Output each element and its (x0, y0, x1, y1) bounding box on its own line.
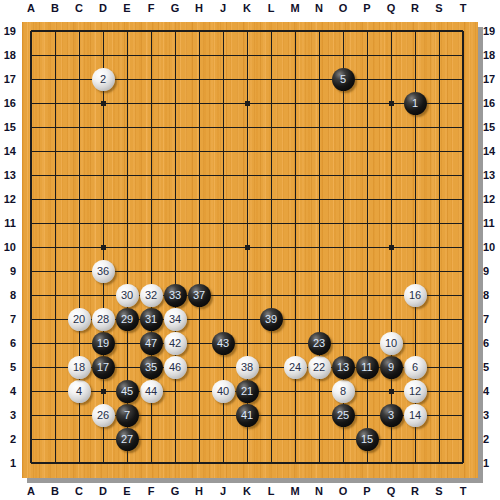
row-label-7: 7 (0, 307, 16, 331)
stone-N5[interactable]: 22 (308, 356, 331, 379)
row-label-19: 19 (483, 19, 500, 43)
col-label-J: J (211, 483, 235, 500)
stone-Q3[interactable]: 3 (380, 404, 403, 427)
row-label-9: 9 (0, 259, 16, 283)
board-shadow-right (478, 27, 483, 483)
row-label-8: 8 (483, 283, 500, 307)
stone-L7[interactable]: 39 (260, 308, 283, 331)
col-label-H: H (187, 483, 211, 500)
row-label-6: 6 (483, 331, 500, 355)
stone-E8[interactable]: 30 (116, 284, 139, 307)
row-label-6: 6 (0, 331, 16, 355)
col-label-Q: Q (379, 483, 403, 500)
row-label-11: 11 (0, 211, 16, 235)
col-label-B: B (43, 483, 67, 500)
row-label-16: 16 (483, 91, 500, 115)
col-label-B: B (43, 0, 67, 18)
stone-D7[interactable]: 28 (92, 308, 115, 331)
stone-K3[interactable]: 41 (236, 404, 259, 427)
stone-O17[interactable]: 5 (332, 68, 355, 91)
col-label-T: T (451, 483, 475, 500)
row-label-15: 15 (483, 115, 500, 139)
row-label-18: 18 (0, 43, 16, 67)
col-label-O: O (331, 483, 355, 500)
stone-G8[interactable]: 33 (164, 284, 187, 307)
stone-Q6[interactable]: 10 (380, 332, 403, 355)
right-coordinate-labels: 19181716151413121110987654321 (483, 19, 500, 475)
row-label-15: 15 (0, 115, 16, 139)
row-label-5: 5 (483, 355, 500, 379)
stone-N6[interactable]: 23 (308, 332, 331, 355)
row-label-5: 5 (0, 355, 16, 379)
col-label-T: T (451, 0, 475, 18)
row-label-16: 16 (0, 91, 16, 115)
stone-E7[interactable]: 29 (116, 308, 139, 331)
row-label-17: 17 (483, 67, 500, 91)
col-label-N: N (307, 483, 331, 500)
stone-C5[interactable]: 18 (68, 356, 91, 379)
row-label-12: 12 (483, 187, 500, 211)
stone-M5[interactable]: 24 (284, 356, 307, 379)
row-label-2: 2 (0, 427, 16, 451)
row-label-14: 14 (483, 139, 500, 163)
stone-O3[interactable]: 25 (332, 404, 355, 427)
row-label-12: 12 (0, 187, 16, 211)
stone-O5[interactable]: 13 (332, 356, 355, 379)
col-label-K: K (235, 0, 259, 18)
stone-D9[interactable]: 36 (92, 260, 115, 283)
stone-D3[interactable]: 26 (92, 404, 115, 427)
stone-R4[interactable]: 12 (404, 380, 427, 403)
col-label-G: G (163, 0, 187, 18)
col-label-P: P (355, 483, 379, 500)
stone-F5[interactable]: 35 (140, 356, 163, 379)
stone-F7[interactable]: 31 (140, 308, 163, 331)
row-label-10: 10 (0, 235, 16, 259)
stone-K5[interactable]: 38 (236, 356, 259, 379)
stone-D6[interactable]: 19 (92, 332, 115, 355)
stones-layer: 1234567891011121314151617181920212223242… (19, 19, 475, 475)
col-label-G: G (163, 483, 187, 500)
row-label-4: 4 (0, 379, 16, 403)
col-label-S: S (427, 0, 451, 18)
row-label-14: 14 (0, 139, 16, 163)
col-label-Q: Q (379, 0, 403, 18)
col-label-F: F (139, 483, 163, 500)
row-label-3: 3 (0, 403, 16, 427)
col-label-A: A (19, 483, 43, 500)
stone-R16[interactable]: 1 (404, 92, 427, 115)
col-label-R: R (403, 0, 427, 18)
col-label-M: M (283, 0, 307, 18)
stone-P5[interactable]: 11 (356, 356, 379, 379)
stone-D17[interactable]: 2 (92, 68, 115, 91)
col-label-L: L (259, 0, 283, 18)
stone-C7[interactable]: 20 (68, 308, 91, 331)
stone-J4[interactable]: 40 (212, 380, 235, 403)
go-diagram-page: ABCDEFGHJKLMNOPQRST ABCDEFGHJKLMNOPQRST … (0, 0, 500, 500)
row-label-4: 4 (483, 379, 500, 403)
col-label-O: O (331, 0, 355, 18)
col-label-J: J (211, 0, 235, 18)
row-label-1: 1 (483, 451, 500, 475)
row-label-8: 8 (0, 283, 16, 307)
col-label-L: L (259, 483, 283, 500)
stone-R3[interactable]: 14 (404, 404, 427, 427)
left-coordinate-labels: 19181716151413121110987654321 (0, 19, 16, 475)
bottom-coordinate-labels: ABCDEFGHJKLMNOPQRST (19, 483, 475, 500)
col-label-S: S (427, 483, 451, 500)
col-label-P: P (355, 0, 379, 18)
stone-P2[interactable]: 15 (356, 428, 379, 451)
col-label-C: C (67, 0, 91, 18)
row-label-2: 2 (483, 427, 500, 451)
col-label-F: F (139, 0, 163, 18)
row-label-17: 17 (0, 67, 16, 91)
col-label-H: H (187, 0, 211, 18)
board-shadow-bottom (27, 478, 483, 483)
col-label-A: A (19, 0, 43, 18)
col-label-M: M (283, 483, 307, 500)
row-label-11: 11 (483, 211, 500, 235)
stone-H8[interactable]: 37 (188, 284, 211, 307)
stone-F8[interactable]: 32 (140, 284, 163, 307)
col-label-E: E (115, 483, 139, 500)
stone-D5[interactable]: 17 (92, 356, 115, 379)
row-label-1: 1 (0, 451, 16, 475)
stone-E2[interactable]: 27 (116, 428, 139, 451)
row-label-13: 13 (483, 163, 500, 187)
stone-G7[interactable]: 34 (164, 308, 187, 331)
goban-board[interactable]: 1234567891011121314151617181920212223242… (22, 22, 478, 478)
top-coordinate-labels: ABCDEFGHJKLMNOPQRST (19, 0, 475, 18)
stone-E3[interactable]: 7 (116, 404, 139, 427)
col-label-N: N (307, 0, 331, 18)
col-label-K: K (235, 483, 259, 500)
stone-E4[interactable]: 45 (116, 380, 139, 403)
stone-J6[interactable]: 43 (212, 332, 235, 355)
stone-R8[interactable]: 16 (404, 284, 427, 307)
col-label-E: E (115, 0, 139, 18)
stone-G5[interactable]: 46 (164, 356, 187, 379)
row-label-18: 18 (483, 43, 500, 67)
stone-G6[interactable]: 42 (164, 332, 187, 355)
stone-C4[interactable]: 4 (68, 380, 91, 403)
stone-Q5[interactable]: 9 (380, 356, 403, 379)
col-label-D: D (91, 0, 115, 18)
col-label-D: D (91, 483, 115, 500)
col-label-R: R (403, 483, 427, 500)
row-label-3: 3 (483, 403, 500, 427)
stone-O4[interactable]: 8 (332, 380, 355, 403)
row-label-19: 19 (0, 19, 16, 43)
stone-R5[interactable]: 6 (404, 356, 427, 379)
row-label-7: 7 (483, 307, 500, 331)
row-label-10: 10 (483, 235, 500, 259)
col-label-C: C (67, 483, 91, 500)
stone-F6[interactable]: 47 (140, 332, 163, 355)
row-label-13: 13 (0, 163, 16, 187)
stone-K4[interactable]: 21 (236, 380, 259, 403)
stone-F4[interactable]: 44 (140, 380, 163, 403)
row-label-9: 9 (483, 259, 500, 283)
